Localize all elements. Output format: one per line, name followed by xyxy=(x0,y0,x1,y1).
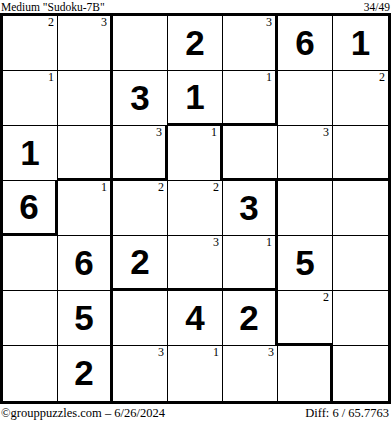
cell-r2c5[interactable]: 1 xyxy=(223,71,278,126)
cell-r7c5[interactable]: 3 xyxy=(223,346,278,401)
given-digit: 1 xyxy=(20,135,39,170)
cell-r4c2[interactable]: 1 xyxy=(58,181,113,236)
cell-r1c3[interactable] xyxy=(113,16,168,71)
cell-r1c2[interactable]: 3 xyxy=(58,16,113,71)
given-digit: 1 xyxy=(185,79,204,114)
given-digit: 1 xyxy=(351,25,370,60)
corner-mark: 2 xyxy=(158,181,164,194)
given-digit: 6 xyxy=(74,245,93,280)
corner-mark: 3 xyxy=(156,126,162,139)
cell-r3c7[interactable] xyxy=(333,126,388,181)
given-digit: 3 xyxy=(239,190,258,225)
corner-mark: 1 xyxy=(48,71,54,84)
given-digit: 6 xyxy=(19,189,38,224)
cell-r2c7[interactable]: 2 xyxy=(333,71,388,126)
cell-r7c6[interactable] xyxy=(278,346,333,401)
footer: ©grouppuzzles.com – 6/26/2024 Diff: 6 / … xyxy=(0,404,391,426)
puzzle-title: Medium "Sudoku-7B" xyxy=(1,1,105,13)
corner-mark: 3 xyxy=(268,346,274,359)
corner-mark: 3 xyxy=(101,16,107,29)
cell-r5c7[interactable] xyxy=(333,236,388,291)
cell-r3c3[interactable]: 3 xyxy=(113,126,168,181)
corner-mark: 3 xyxy=(266,16,272,29)
cell-r3c2[interactable] xyxy=(58,126,113,181)
cell-r2c2[interactable] xyxy=(58,71,113,126)
sudoku-board: 232361131121313612236231554222313 xyxy=(0,13,391,404)
cell-r7c2[interactable]: 2 xyxy=(58,346,113,401)
cell-r3c5[interactable] xyxy=(223,126,278,181)
cell-r1c7[interactable]: 1 xyxy=(333,16,388,71)
given-digit: 6 xyxy=(295,25,314,60)
cell-r1c1[interactable]: 2 xyxy=(3,16,58,71)
corner-mark: 1 xyxy=(101,181,107,194)
cell-r2c6[interactable] xyxy=(278,71,333,126)
cell-r6c3[interactable] xyxy=(113,291,168,346)
corner-mark: 2 xyxy=(379,71,385,84)
corner-mark: 1 xyxy=(266,236,272,249)
cell-r6c4[interactable]: 4 xyxy=(168,291,223,346)
cell-r5c4[interactable]: 3 xyxy=(168,236,223,291)
corner-mark: 1 xyxy=(266,71,272,84)
cell-r1c6[interactable]: 6 xyxy=(278,16,333,71)
cell-r5c1[interactable] xyxy=(3,236,58,291)
cell-r2c4[interactable]: 1 xyxy=(168,71,223,126)
difficulty-text: Diff: 6 / 65.7763 xyxy=(305,406,389,421)
cell-r4c1[interactable]: 6 xyxy=(3,181,58,236)
corner-mark: 2 xyxy=(48,16,54,29)
cell-r4c3[interactable]: 2 xyxy=(113,181,168,236)
cell-r6c5[interactable]: 2 xyxy=(223,291,278,346)
cell-r6c6[interactable]: 2 xyxy=(278,291,333,346)
corner-mark: 1 xyxy=(211,126,217,139)
cell-r5c5[interactable]: 1 xyxy=(223,236,278,291)
corner-mark: 3 xyxy=(213,236,219,249)
puzzle-counter: 34/49 xyxy=(364,1,390,13)
given-digit: 2 xyxy=(185,25,204,60)
corner-mark: 3 xyxy=(158,346,164,359)
cell-r2c1[interactable]: 1 xyxy=(3,71,58,126)
given-digit: 4 xyxy=(185,300,204,335)
cell-r6c2[interactable]: 5 xyxy=(58,291,113,346)
cell-r3c1[interactable]: 1 xyxy=(3,126,58,181)
cell-r6c7[interactable] xyxy=(333,291,388,346)
header: Medium "Sudoku-7B" 34/49 xyxy=(0,0,391,13)
cell-r5c3[interactable]: 2 xyxy=(113,236,168,291)
cell-r5c6[interactable]: 5 xyxy=(278,236,333,291)
cell-r6c1[interactable] xyxy=(3,291,58,346)
corner-mark: 2 xyxy=(213,181,219,194)
cell-r7c3[interactable]: 3 xyxy=(113,346,168,401)
cell-r3c4[interactable]: 1 xyxy=(168,126,223,181)
cell-r4c7[interactable] xyxy=(333,181,388,236)
corner-mark: 1 xyxy=(213,346,219,359)
cell-r3c6[interactable]: 3 xyxy=(278,126,333,181)
cell-r4c5[interactable]: 3 xyxy=(223,181,278,236)
cell-r7c7[interactable] xyxy=(333,346,388,401)
given-digit: 2 xyxy=(74,355,93,390)
given-digit: 2 xyxy=(239,300,258,335)
copyright-text: ©grouppuzzles.com – 6/26/2024 xyxy=(1,406,165,421)
cell-r2c3[interactable]: 3 xyxy=(113,71,168,126)
cell-r5c2[interactable]: 6 xyxy=(58,236,113,291)
cell-r1c4[interactable]: 2 xyxy=(168,16,223,71)
corner-mark: 2 xyxy=(323,291,329,304)
cell-r4c4[interactable]: 2 xyxy=(168,181,223,236)
given-digit: 3 xyxy=(130,80,149,115)
given-digit: 5 xyxy=(295,245,314,280)
cell-r1c5[interactable]: 3 xyxy=(223,16,278,71)
cell-r4c6[interactable] xyxy=(278,181,333,236)
corner-mark: 3 xyxy=(323,126,329,139)
cell-r7c1[interactable] xyxy=(3,346,58,401)
puzzle-page: { "header": { "title": "Medium \"Sudoku-… xyxy=(0,0,391,426)
given-digit: 2 xyxy=(130,244,149,279)
given-digit: 5 xyxy=(74,300,93,335)
cell-r7c4[interactable]: 1 xyxy=(168,346,223,401)
